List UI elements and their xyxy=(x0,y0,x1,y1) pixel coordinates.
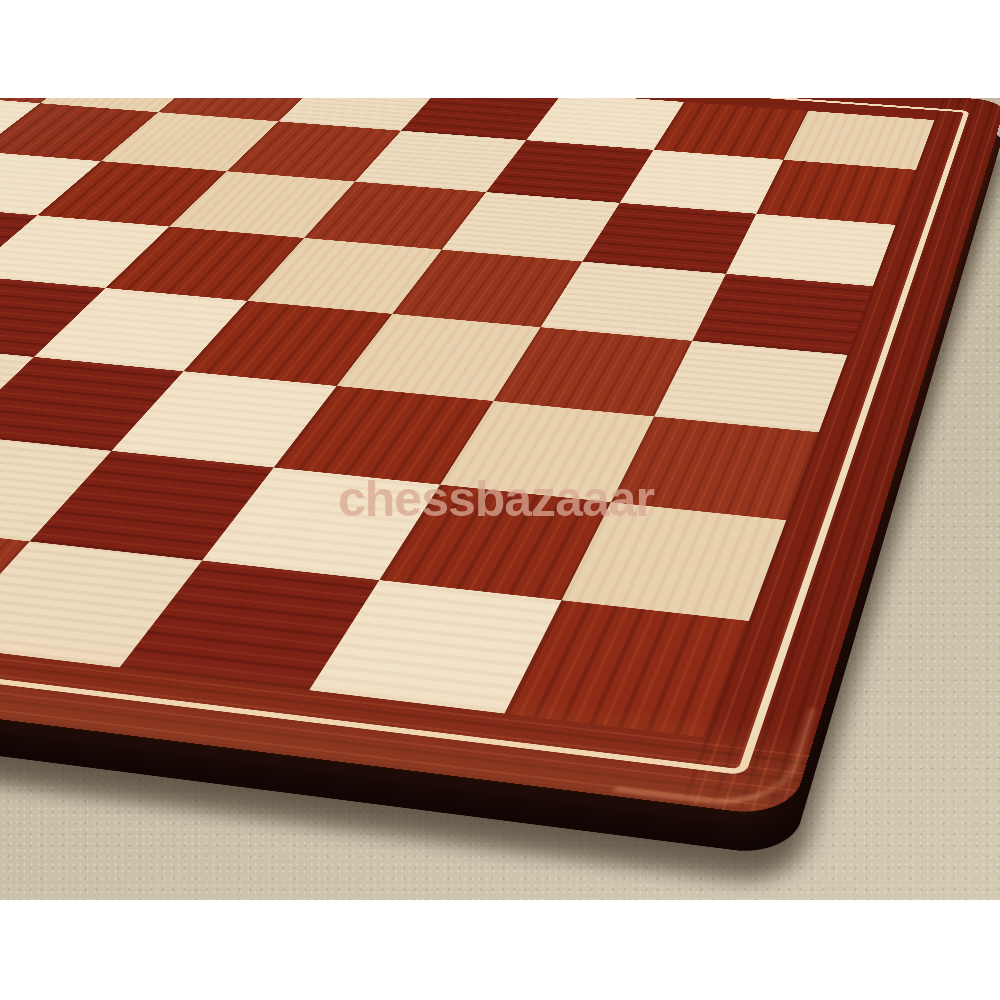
white-band-bottom xyxy=(0,900,1000,1000)
product-photo-page: { "game": "chess", "source_type": "produ… xyxy=(0,0,1000,1000)
photo-background-fabric: chessbazaaar xyxy=(0,98,1000,900)
chess-board xyxy=(0,98,1000,818)
white-band-top xyxy=(0,0,1000,98)
